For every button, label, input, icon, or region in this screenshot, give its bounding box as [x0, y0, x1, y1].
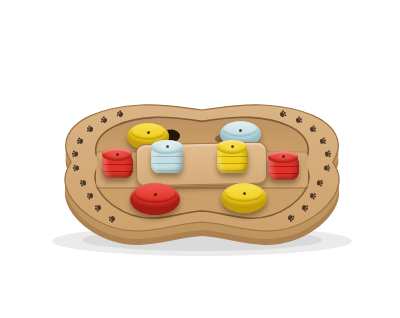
- lower-left-red-disc[interactable]: [130, 183, 180, 215]
- slider-yellow-peg[interactable]: [217, 140, 248, 173]
- peg-center-dot: [231, 145, 234, 148]
- product-photo: [0, 0, 400, 318]
- lower-right-yellow-disc[interactable]: [221, 183, 267, 213]
- slider-blue-peg[interactable]: [151, 140, 183, 173]
- left-red-peg[interactable]: [102, 148, 133, 178]
- pieces-layer: [0, 0, 400, 318]
- right-red-peg[interactable]: [268, 151, 299, 180]
- peg-center-dot: [166, 145, 169, 148]
- peg-center-dot: [116, 153, 119, 156]
